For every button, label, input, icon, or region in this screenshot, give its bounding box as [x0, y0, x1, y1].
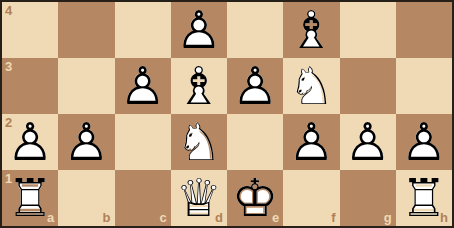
white-pawn-g2[interactable]: ♟♙ — [340, 114, 396, 170]
square-e1[interactable]: ♚♔e — [227, 170, 283, 226]
square-g2[interactable]: ♟♙ — [340, 114, 396, 170]
square-b4[interactable] — [58, 2, 114, 58]
square-b2[interactable]: ♟♙ — [58, 114, 114, 170]
rank-label-3: 3 — [5, 60, 12, 73]
white-bishop-f4[interactable]: ♝♗ — [283, 2, 339, 58]
square-a4[interactable]: 4 — [2, 2, 58, 58]
chess-board-frame: 4♟♙♝♗3♟♙♝♗♟♙♞♘2♟♙♟♙♞♘♟♙♟♙♟♙1♜♖abc♛♕d♚♔ef… — [0, 0, 454, 228]
white-pawn-icon: ♙ — [2, 114, 58, 170]
white-pawn-icon: ♙ — [396, 114, 452, 170]
white-pawn-icon: ♙ — [227, 58, 283, 114]
square-a2[interactable]: 2♟♙ — [2, 114, 58, 170]
square-f3[interactable]: ♞♘ — [283, 58, 339, 114]
white-pawn-a2[interactable]: ♟♙ — [2, 114, 58, 170]
square-g1[interactable]: g — [340, 170, 396, 226]
white-rook-h1[interactable]: ♜♖ — [396, 170, 452, 226]
square-h3[interactable] — [396, 58, 452, 114]
square-c3[interactable]: ♟♙ — [115, 58, 171, 114]
file-label-c: c — [160, 211, 167, 224]
white-knight-d2[interactable]: ♞♘ — [171, 114, 227, 170]
square-h1[interactable]: ♜♖h — [396, 170, 452, 226]
file-label-b: b — [103, 211, 111, 224]
white-pawn-f2[interactable]: ♟♙ — [283, 114, 339, 170]
file-label-f: f — [331, 211, 335, 224]
square-e4[interactable] — [227, 2, 283, 58]
white-pawn-b2[interactable]: ♟♙ — [58, 114, 114, 170]
square-d4[interactable]: ♟♙ — [171, 2, 227, 58]
square-f4[interactable]: ♝♗ — [283, 2, 339, 58]
white-pawn-icon: ♙ — [58, 114, 114, 170]
white-knight-icon: ♘ — [283, 58, 339, 114]
square-b3[interactable] — [58, 58, 114, 114]
square-a3[interactable]: 3 — [2, 58, 58, 114]
white-pawn-c3[interactable]: ♟♙ — [115, 58, 171, 114]
white-knight-f3[interactable]: ♞♘ — [283, 58, 339, 114]
white-queen-icon: ♕ — [171, 170, 227, 226]
square-c4[interactable] — [115, 2, 171, 58]
square-b1[interactable]: b — [58, 170, 114, 226]
white-pawn-h2[interactable]: ♟♙ — [396, 114, 452, 170]
square-d2[interactable]: ♞♘ — [171, 114, 227, 170]
square-e2[interactable] — [227, 114, 283, 170]
chess-board: 4♟♙♝♗3♟♙♝♗♟♙♞♘2♟♙♟♙♞♘♟♙♟♙♟♙1♜♖abc♛♕d♚♔ef… — [2, 2, 452, 226]
square-c2[interactable] — [115, 114, 171, 170]
white-bishop-icon: ♗ — [171, 58, 227, 114]
square-h2[interactable]: ♟♙ — [396, 114, 452, 170]
square-d1[interactable]: ♛♕d — [171, 170, 227, 226]
file-label-g: g — [384, 211, 392, 224]
rank-label-4: 4 — [5, 4, 12, 17]
white-pawn-icon: ♙ — [283, 114, 339, 170]
white-rook-icon: ♖ — [396, 170, 452, 226]
white-pawn-d4[interactable]: ♟♙ — [171, 2, 227, 58]
white-king-icon: ♔ — [227, 170, 283, 226]
white-rook-a1[interactable]: ♜♖ — [2, 170, 58, 226]
square-a1[interactable]: 1♜♖a — [2, 170, 58, 226]
square-g3[interactable] — [340, 58, 396, 114]
white-knight-icon: ♘ — [171, 114, 227, 170]
white-pawn-e3[interactable]: ♟♙ — [227, 58, 283, 114]
white-pawn-icon: ♙ — [115, 58, 171, 114]
square-e3[interactable]: ♟♙ — [227, 58, 283, 114]
white-king-e1[interactable]: ♚♔ — [227, 170, 283, 226]
white-rook-icon: ♖ — [2, 170, 58, 226]
white-pawn-icon: ♙ — [340, 114, 396, 170]
white-queen-d1[interactable]: ♛♕ — [171, 170, 227, 226]
white-bishop-d3[interactable]: ♝♗ — [171, 58, 227, 114]
square-h4[interactable] — [396, 2, 452, 58]
square-d3[interactable]: ♝♗ — [171, 58, 227, 114]
white-bishop-icon: ♗ — [283, 2, 339, 58]
square-c1[interactable]: c — [115, 170, 171, 226]
square-g4[interactable] — [340, 2, 396, 58]
square-f2[interactable]: ♟♙ — [283, 114, 339, 170]
square-f1[interactable]: f — [283, 170, 339, 226]
white-pawn-icon: ♙ — [171, 2, 227, 58]
